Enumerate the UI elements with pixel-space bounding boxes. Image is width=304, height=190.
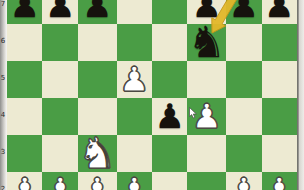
square-e3[interactable]: [152, 135, 187, 172]
square-d5[interactable]: ♟: [117, 61, 152, 98]
square-a5[interactable]: [7, 61, 42, 98]
square-c5[interactable]: [78, 61, 117, 98]
black-pawn-g7: ♟: [229, 0, 259, 24]
rank-coordinates-gutter: 765432: [0, 0, 7, 190]
square-e2[interactable]: [152, 172, 187, 190]
square-e6[interactable]: [152, 24, 187, 61]
chess-board: ♟♟♟♟♟♟♞♟♟♟♞♟♟♟♟♟♟: [7, 0, 297, 190]
black-pawn-c7: ♟: [82, 0, 112, 24]
square-h6[interactable]: [262, 24, 297, 61]
rank-label-4: 4: [0, 111, 6, 119]
square-a3[interactable]: [7, 135, 42, 172]
square-g4[interactable]: [226, 98, 261, 135]
square-e5[interactable]: [152, 61, 187, 98]
square-f2[interactable]: [187, 172, 226, 190]
square-g2[interactable]: ♟: [226, 172, 261, 190]
rank-label-7: 7: [0, 0, 6, 8]
square-a6[interactable]: [7, 24, 42, 61]
black-pawn-e4: ♟: [154, 98, 184, 135]
square-h3[interactable]: [262, 135, 297, 172]
square-a7[interactable]: ♟: [7, 0, 42, 24]
square-c3[interactable]: ♞: [78, 135, 117, 172]
rank-label-2: 2: [0, 185, 6, 190]
square-c6[interactable]: [78, 24, 117, 61]
rank-label-3: 3: [0, 148, 6, 156]
square-b2[interactable]: ♟: [42, 172, 77, 190]
square-g7[interactable]: ♟: [226, 0, 261, 24]
square-a4[interactable]: [7, 98, 42, 135]
square-b7[interactable]: ♟: [42, 0, 77, 24]
white-pawn-f4: ♟: [192, 98, 222, 135]
square-f3[interactable]: [187, 135, 226, 172]
black-pawn-a7: ♟: [9, 0, 39, 24]
square-d4[interactable]: [117, 98, 152, 135]
black-pawn-h7: ♟: [264, 0, 294, 24]
white-pawn-d5: ♟: [119, 61, 149, 98]
white-pawn-g2: ♟: [229, 172, 259, 190]
square-h7[interactable]: ♟: [262, 0, 297, 24]
square-h5[interactable]: [262, 61, 297, 98]
rank-label-5: 5: [0, 74, 6, 82]
square-e7[interactable]: [152, 0, 187, 24]
white-pawn-c2: ♟: [82, 172, 112, 190]
square-e4[interactable]: ♟: [152, 98, 187, 135]
square-f4[interactable]: ♟: [187, 98, 226, 135]
square-c7[interactable]: ♟: [78, 0, 117, 24]
square-b5[interactable]: [42, 61, 77, 98]
window-right-edge: [297, 0, 304, 190]
white-pawn-a2: ♟: [9, 172, 39, 190]
square-d2[interactable]: ♟: [117, 172, 152, 190]
square-g5[interactable]: [226, 61, 261, 98]
black-knight-f6: ♞: [187, 24, 226, 61]
square-f6[interactable]: ♞: [187, 24, 226, 61]
square-h2[interactable]: ♟: [262, 172, 297, 190]
square-c2[interactable]: ♟: [78, 172, 117, 190]
square-d6[interactable]: [117, 24, 152, 61]
square-g3[interactable]: [226, 135, 261, 172]
black-pawn-b7: ♟: [45, 0, 75, 24]
square-d7[interactable]: [117, 0, 152, 24]
white-pawn-d2: ♟: [119, 172, 149, 190]
square-a2[interactable]: ♟: [7, 172, 42, 190]
square-h4[interactable]: [262, 98, 297, 135]
square-b4[interactable]: [42, 98, 77, 135]
white-pawn-b2: ♟: [45, 172, 75, 190]
white-pawn-h2: ♟: [264, 172, 294, 190]
square-b6[interactable]: [42, 24, 77, 61]
rank-label-6: 6: [0, 37, 6, 45]
white-knight-c3: ♞: [78, 135, 117, 172]
square-f5[interactable]: [187, 61, 226, 98]
square-b3[interactable]: [42, 135, 77, 172]
square-g6[interactable]: [226, 24, 261, 61]
square-d3[interactable]: [117, 135, 152, 172]
chess-board-frame: ♟♟♟♟♟♟♞♟♟♟♞♟♟♟♟♟♟ 765432: [0, 0, 304, 190]
